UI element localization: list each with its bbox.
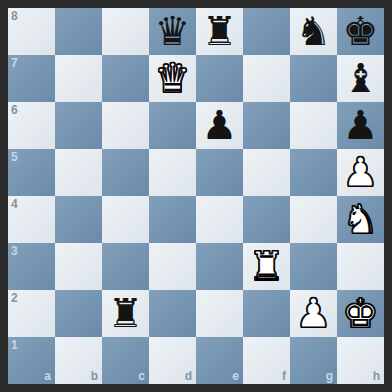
square-d1[interactable]: d (149, 337, 196, 384)
chess-board: 8♛♜♞♚7♛♝6♟♟5♟4♞3♜2♜♟♚1abcdefgh (8, 8, 384, 384)
square-a3[interactable]: 3 (8, 243, 55, 290)
file-label-a: a (44, 369, 51, 383)
square-d6[interactable] (149, 102, 196, 149)
rank-label-5: 5 (11, 150, 18, 164)
rank-label-4: 4 (11, 197, 18, 211)
file-label-d: d (185, 369, 192, 383)
square-f8[interactable] (243, 8, 290, 55)
square-f6[interactable] (243, 102, 290, 149)
square-c7[interactable] (102, 55, 149, 102)
square-e7[interactable] (196, 55, 243, 102)
square-d7[interactable]: ♛ (149, 55, 196, 102)
piece-white-knight-h4[interactable]: ♞ (337, 196, 384, 243)
rank-label-3: 3 (11, 244, 18, 258)
square-a4[interactable]: 4 (8, 196, 55, 243)
square-e1[interactable]: e (196, 337, 243, 384)
square-d4[interactable] (149, 196, 196, 243)
piece-white-pawn-g2[interactable]: ♟ (290, 290, 337, 337)
square-g8[interactable]: ♞ (290, 8, 337, 55)
square-g7[interactable] (290, 55, 337, 102)
square-b6[interactable] (55, 102, 102, 149)
square-h7[interactable]: ♝ (337, 55, 384, 102)
square-e6[interactable]: ♟ (196, 102, 243, 149)
square-b7[interactable] (55, 55, 102, 102)
square-g5[interactable] (290, 149, 337, 196)
square-d8[interactable]: ♛ (149, 8, 196, 55)
rank-label-1: 1 (11, 338, 18, 352)
file-label-b: b (91, 369, 98, 383)
square-g1[interactable]: g (290, 337, 337, 384)
piece-black-bishop-h7[interactable]: ♝ (337, 55, 384, 102)
piece-white-pawn-h5[interactable]: ♟ (337, 149, 384, 196)
square-h5[interactable]: ♟ (337, 149, 384, 196)
square-c1[interactable]: c (102, 337, 149, 384)
square-b3[interactable] (55, 243, 102, 290)
square-e2[interactable] (196, 290, 243, 337)
square-d2[interactable] (149, 290, 196, 337)
square-h6[interactable]: ♟ (337, 102, 384, 149)
piece-black-pawn-e6[interactable]: ♟ (196, 102, 243, 149)
square-e4[interactable] (196, 196, 243, 243)
square-f1[interactable]: f (243, 337, 290, 384)
file-label-h: h (373, 369, 380, 383)
file-label-e: e (232, 369, 239, 383)
piece-black-rook-e8[interactable]: ♜ (196, 8, 243, 55)
piece-black-queen-d8[interactable]: ♛ (149, 8, 196, 55)
square-g2[interactable]: ♟ (290, 290, 337, 337)
square-c2[interactable]: ♜ (102, 290, 149, 337)
square-h8[interactable]: ♚ (337, 8, 384, 55)
rank-label-2: 2 (11, 291, 18, 305)
square-e3[interactable] (196, 243, 243, 290)
square-g6[interactable] (290, 102, 337, 149)
rank-label-8: 8 (11, 9, 18, 23)
rank-label-6: 6 (11, 103, 18, 117)
square-h2[interactable]: ♚ (337, 290, 384, 337)
square-e8[interactable]: ♜ (196, 8, 243, 55)
square-c8[interactable] (102, 8, 149, 55)
square-c5[interactable] (102, 149, 149, 196)
square-b2[interactable] (55, 290, 102, 337)
square-a8[interactable]: 8 (8, 8, 55, 55)
piece-white-queen-d7[interactable]: ♛ (149, 55, 196, 102)
square-b4[interactable] (55, 196, 102, 243)
file-label-f: f (282, 369, 286, 383)
square-d5[interactable] (149, 149, 196, 196)
square-f4[interactable] (243, 196, 290, 243)
piece-black-king-h8[interactable]: ♚ (337, 8, 384, 55)
rank-label-7: 7 (11, 56, 18, 70)
piece-black-knight-g8[interactable]: ♞ (290, 8, 337, 55)
square-c6[interactable] (102, 102, 149, 149)
square-b5[interactable] (55, 149, 102, 196)
piece-white-rook-f3[interactable]: ♜ (243, 243, 290, 290)
board-frame: 8♛♜♞♚7♛♝6♟♟5♟4♞3♜2♜♟♚1abcdefgh (0, 0, 392, 392)
square-f3[interactable]: ♜ (243, 243, 290, 290)
square-f5[interactable] (243, 149, 290, 196)
square-b8[interactable] (55, 8, 102, 55)
square-f7[interactable] (243, 55, 290, 102)
square-a5[interactable]: 5 (8, 149, 55, 196)
square-e5[interactable] (196, 149, 243, 196)
square-f2[interactable] (243, 290, 290, 337)
square-a7[interactable]: 7 (8, 55, 55, 102)
piece-black-pawn-h6[interactable]: ♟ (337, 102, 384, 149)
square-h1[interactable]: h (337, 337, 384, 384)
square-g4[interactable] (290, 196, 337, 243)
square-b1[interactable]: b (55, 337, 102, 384)
file-label-c: c (138, 369, 145, 383)
square-a6[interactable]: 6 (8, 102, 55, 149)
square-h3[interactable] (337, 243, 384, 290)
file-label-g: g (326, 369, 333, 383)
square-h4[interactable]: ♞ (337, 196, 384, 243)
square-a1[interactable]: 1a (8, 337, 55, 384)
square-d3[interactable] (149, 243, 196, 290)
square-c3[interactable] (102, 243, 149, 290)
square-g3[interactable] (290, 243, 337, 290)
piece-white-king-h2[interactable]: ♚ (337, 290, 384, 337)
square-c4[interactable] (102, 196, 149, 243)
piece-black-rook-c2[interactable]: ♜ (102, 290, 149, 337)
square-a2[interactable]: 2 (8, 290, 55, 337)
